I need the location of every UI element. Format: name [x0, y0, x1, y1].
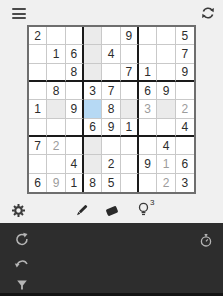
undo-icon[interactable] [14, 256, 30, 274]
sudoku-board: 2951647871983769198326914724429166918523 [27, 25, 196, 194]
cell-r7c8[interactable]: 4 [157, 137, 175, 155]
cell-r8c4[interactable] [84, 155, 102, 173]
cell-r3c8[interactable] [157, 64, 175, 82]
cell-r5c6[interactable] [121, 100, 139, 118]
cell-r8c9[interactable]: 6 [176, 155, 194, 173]
cell-r9c2[interactable]: 9 [47, 174, 65, 192]
cell-r3c9[interactable]: 9 [176, 64, 194, 82]
cell-r1c1[interactable]: 2 [29, 27, 47, 45]
cell-r9c9[interactable]: 3 [176, 174, 194, 192]
cell-r8c6[interactable] [121, 155, 139, 173]
cell-r1c4[interactable] [84, 27, 102, 45]
gear-icon[interactable] [11, 203, 26, 222]
pencil-icon[interactable] [74, 203, 89, 222]
cell-r6c1[interactable] [29, 119, 47, 137]
cell-r2c3[interactable]: 6 [66, 45, 84, 63]
cell-r2c6[interactable] [121, 45, 139, 63]
cell-r9c7[interactable] [139, 174, 157, 192]
cell-r2c7[interactable] [139, 45, 157, 63]
cell-r1c9[interactable]: 5 [176, 27, 194, 45]
cell-r7c3[interactable] [66, 137, 84, 155]
cell-r5c2[interactable] [47, 100, 65, 118]
cell-r9c5[interactable]: 5 [102, 174, 120, 192]
cell-r5c3[interactable]: 9 [66, 100, 84, 118]
cell-r4c8[interactable]: 9 [157, 82, 175, 100]
cell-r8c8[interactable]: 1 [157, 155, 175, 173]
cell-r1c2[interactable] [47, 27, 65, 45]
cell-r7c6[interactable] [121, 137, 139, 155]
cell-r7c5[interactable] [102, 137, 120, 155]
hint-bulb-icon[interactable] [137, 202, 150, 221]
funnel-icon[interactable] [15, 278, 29, 296]
refresh-icon[interactable] [200, 5, 216, 25]
cell-r3c2[interactable] [47, 64, 65, 82]
cell-r4c3[interactable] [66, 82, 84, 100]
cell-r9c3[interactable]: 1 [66, 174, 84, 192]
cell-r1c8[interactable] [157, 27, 175, 45]
cell-r3c7[interactable]: 1 [139, 64, 157, 82]
cell-r7c7[interactable] [139, 137, 157, 155]
cell-r1c5[interactable] [102, 27, 120, 45]
cell-r2c1[interactable] [29, 45, 47, 63]
cell-r3c5[interactable] [102, 64, 120, 82]
cell-r3c1[interactable] [29, 64, 47, 82]
cell-r8c1[interactable] [29, 155, 47, 173]
cell-r6c2[interactable] [47, 119, 65, 137]
top-bar [0, 0, 223, 25]
cell-r4c1[interactable] [29, 82, 47, 100]
cell-r5c1[interactable]: 1 [29, 100, 47, 118]
cell-r6c8[interactable] [157, 119, 175, 137]
cell-r2c9[interactable]: 7 [176, 45, 194, 63]
cell-r6c4[interactable]: 6 [84, 119, 102, 137]
cell-r3c4[interactable] [84, 64, 102, 82]
cell-r7c9[interactable] [176, 137, 194, 155]
cell-r2c2[interactable]: 1 [47, 45, 65, 63]
cell-r4c2[interactable]: 8 [47, 82, 65, 100]
cell-r3c6[interactable]: 7 [121, 64, 139, 82]
cell-r9c4[interactable]: 8 [84, 174, 102, 192]
cell-r8c3[interactable]: 4 [66, 155, 84, 173]
cell-r1c6[interactable]: 9 [121, 27, 139, 45]
cell-r5c9[interactable]: 2 [176, 100, 194, 118]
cell-r5c5[interactable]: 8 [102, 100, 120, 118]
cell-r7c4[interactable] [84, 137, 102, 155]
cell-r6c6[interactable]: 1 [121, 119, 139, 137]
cell-r6c5[interactable]: 9 [102, 119, 120, 137]
cell-r5c7[interactable]: 3 [139, 100, 157, 118]
hamburger-menu-icon[interactable] [12, 8, 26, 19]
cell-r8c2[interactable] [47, 155, 65, 173]
cell-r1c7[interactable] [139, 27, 157, 45]
cell-r9c6[interactable] [121, 174, 139, 192]
cell-r6c3[interactable] [66, 119, 84, 137]
cell-r7c1[interactable]: 7 [29, 137, 47, 155]
cell-r5c4[interactable] [84, 100, 102, 118]
cell-r4c9[interactable] [176, 82, 194, 100]
cell-r9c1[interactable]: 6 [29, 174, 47, 192]
hint-count: 3 [150, 198, 154, 207]
cell-r9c8[interactable]: 2 [157, 174, 175, 192]
cell-r4c5[interactable]: 7 [102, 82, 120, 100]
cell-r8c5[interactable]: 2 [102, 155, 120, 173]
cell-r2c4[interactable] [84, 45, 102, 63]
numpad-panel: 123456789 [0, 223, 223, 296]
restart-icon[interactable] [14, 232, 30, 252]
timer-icon[interactable] [199, 233, 213, 252]
cell-r3c3[interactable]: 8 [66, 64, 84, 82]
cell-r6c7[interactable] [139, 119, 157, 137]
cell-r6c9[interactable]: 4 [176, 119, 194, 137]
cell-r4c7[interactable]: 6 [139, 82, 157, 100]
cell-r5c8[interactable] [157, 100, 175, 118]
cell-r4c6[interactable] [121, 82, 139, 100]
cell-r7c2[interactable]: 2 [47, 137, 65, 155]
cell-r8c7[interactable]: 9 [139, 155, 157, 173]
cell-r4c4[interactable]: 3 [84, 82, 102, 100]
eraser-icon[interactable] [104, 204, 120, 222]
cell-r1c3[interactable] [66, 27, 84, 45]
cell-r2c5[interactable]: 4 [102, 45, 120, 63]
cell-r2c8[interactable] [157, 45, 175, 63]
